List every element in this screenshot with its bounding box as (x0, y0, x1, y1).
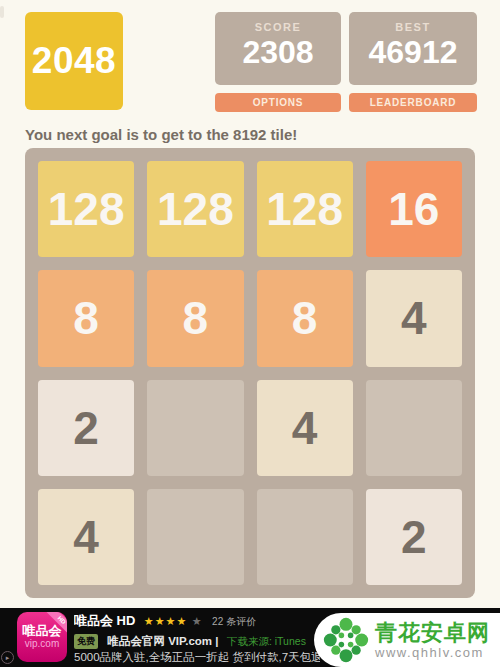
score-box: SCORE 2308 (215, 12, 341, 85)
clover-logo-icon (322, 616, 370, 664)
vip-app-icon[interactable]: 唯品会 vip.com HD (17, 612, 67, 662)
score-label: SCORE (255, 21, 302, 33)
site-watermark: 青花安卓网 www.qhhlv.com (314, 613, 500, 667)
vip-icon-label-cn: 唯品会 (23, 624, 62, 638)
cell-r2c2: 8 (147, 270, 243, 366)
cell-r1c3: 128 (257, 161, 353, 257)
ad-subtitle: 唯品会官网 VIP.com | (107, 635, 218, 647)
ad-description: 5000品牌入驻,全场正品一折起 货到付款,7天包退, (74, 650, 320, 665)
cell-r4c1: 4 (38, 489, 134, 585)
cell-r2c4: 4 (366, 270, 462, 366)
cell-r4c3 (257, 489, 353, 585)
options-button[interactable]: OPTIONS (215, 93, 341, 112)
cell-r2c1: 8 (38, 270, 134, 366)
cell-r3c3: 4 (257, 380, 353, 476)
cell-r3c4 (366, 380, 462, 476)
star-rating-icon: ★★★★ (144, 615, 187, 627)
site-text: 青花安卓网 www.qhhlv.com (375, 621, 490, 660)
star-empty-icon: ★ (192, 615, 202, 627)
leaderboard-button[interactable]: LEADERBOARD (349, 93, 477, 112)
best-box: BEST 46912 (349, 12, 477, 85)
site-url: www.qhhlv.com (375, 645, 490, 660)
cell-r3c1: 2 (38, 380, 134, 476)
goal-text: You next goal is to get to the 8192 tile… (25, 126, 297, 143)
free-badge: 免费 (74, 634, 98, 649)
ad-app-title: 唯品会 HD (74, 613, 135, 628)
best-value: 46912 (369, 34, 458, 71)
ad-title-line: 唯品会 HD ★★★★ ★ 22 条评价 (74, 611, 320, 630)
cell-r4c2 (147, 489, 243, 585)
cell-r4c4: 2 (366, 489, 462, 585)
score-value: 2308 (242, 34, 313, 71)
cell-r2c3: 8 (257, 270, 353, 366)
ad-banner[interactable]: 唯品会 vip.com HD ▸ 唯品会 HD ★★★★ ★ 22 条评价 免费… (0, 608, 500, 667)
cell-r3c2 (147, 380, 243, 476)
edge-artifact (0, 6, 4, 18)
ad-review-count: 22 条评价 (212, 616, 256, 627)
ad-download-source: 下载来源: iTunes (227, 635, 306, 647)
ad-subtitle-line: 免费 唯品会官网 VIP.com | 下载来源: iTunes (74, 631, 320, 649)
game-logo: 2048 (25, 12, 123, 110)
cell-r1c2: 128 (147, 161, 243, 257)
site-name: 青花安卓网 (375, 621, 490, 645)
ad-choices-icon[interactable]: ▸ (1, 651, 14, 664)
cell-r1c1: 128 (38, 161, 134, 257)
game-board[interactable]: 128 128 128 16 8 8 8 4 2 4 4 2 (25, 148, 475, 598)
vip-icon-label-en: vip.com (25, 638, 59, 650)
ad-text-block: 唯品会 HD ★★★★ ★ 22 条评价 免费 唯品会官网 VIP.com | … (74, 610, 320, 665)
cell-r1c4: 16 (366, 161, 462, 257)
best-label: BEST (395, 21, 430, 33)
